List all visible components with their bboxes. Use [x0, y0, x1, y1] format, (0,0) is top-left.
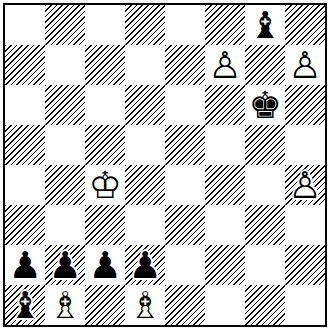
- square-c8[interactable]: [85, 5, 125, 45]
- black-king-icon: ♚: [245, 85, 285, 125]
- square-d8[interactable]: [125, 5, 165, 45]
- chess-diagram: ♝♝♟♙♟♙♚♚♚♔♟♙♟♟♟♟♟♟♟♟♝♝♝♗♝♗: [0, 0, 332, 332]
- square-f5[interactable]: [205, 125, 245, 165]
- black-pawn-icon: ♟: [85, 245, 125, 285]
- square-g6[interactable]: ♚♚: [245, 85, 285, 125]
- square-e1[interactable]: [165, 285, 205, 325]
- piece-black-pawn: ♟♟: [125, 245, 165, 285]
- square-f3[interactable]: [205, 205, 245, 245]
- square-b4[interactable]: [45, 165, 85, 205]
- black-pawn-halo: ♟: [85, 245, 125, 285]
- square-a6[interactable]: [5, 85, 45, 125]
- square-d4[interactable]: [125, 165, 165, 205]
- square-e2[interactable]: [165, 245, 205, 285]
- square-f6[interactable]: [205, 85, 245, 125]
- square-h2[interactable]: [285, 245, 325, 285]
- square-f2[interactable]: [205, 245, 245, 285]
- square-g7[interactable]: [245, 45, 285, 85]
- square-b3[interactable]: [45, 205, 85, 245]
- piece-white-king: ♚♔: [85, 165, 125, 205]
- white-pawn-halo: ♟: [285, 165, 325, 205]
- black-king-halo: ♚: [245, 85, 285, 125]
- black-pawn-icon: ♟: [125, 245, 165, 285]
- square-b6[interactable]: [45, 85, 85, 125]
- square-b1[interactable]: ♝♗: [45, 285, 85, 325]
- square-c4[interactable]: ♚♔: [85, 165, 125, 205]
- square-g2[interactable]: [245, 245, 285, 285]
- square-d1[interactable]: ♝♗: [125, 285, 165, 325]
- white-king-icon: ♔: [85, 165, 125, 205]
- black-bishop-icon: ♝: [245, 5, 285, 45]
- square-g3[interactable]: [245, 205, 285, 245]
- piece-black-pawn: ♟♟: [5, 245, 45, 285]
- square-h5[interactable]: [285, 125, 325, 165]
- white-bishop-halo: ♝: [125, 285, 165, 325]
- square-e5[interactable]: [165, 125, 205, 165]
- piece-white-bishop: ♝♗: [45, 285, 85, 325]
- black-pawn-icon: ♟: [45, 245, 85, 285]
- white-pawn-icon: ♙: [205, 45, 245, 85]
- piece-black-king: ♚♚: [245, 85, 285, 125]
- square-d3[interactable]: [125, 205, 165, 245]
- piece-white-pawn: ♟♙: [205, 45, 245, 85]
- white-bishop-icon: ♗: [45, 285, 85, 325]
- square-h1[interactable]: [285, 285, 325, 325]
- square-b2[interactable]: ♟♟: [45, 245, 85, 285]
- square-f7[interactable]: ♟♙: [205, 45, 245, 85]
- square-a4[interactable]: [5, 165, 45, 205]
- square-g8[interactable]: ♝♝: [245, 5, 285, 45]
- piece-black-pawn: ♟♟: [45, 245, 85, 285]
- black-bishop-halo: ♝: [5, 285, 45, 325]
- square-e7[interactable]: [165, 45, 205, 85]
- square-c1[interactable]: [85, 285, 125, 325]
- square-a5[interactable]: [5, 125, 45, 165]
- square-c3[interactable]: [85, 205, 125, 245]
- square-a7[interactable]: [5, 45, 45, 85]
- square-c2[interactable]: ♟♟: [85, 245, 125, 285]
- piece-white-bishop: ♝♗: [125, 285, 165, 325]
- square-e6[interactable]: [165, 85, 205, 125]
- square-e3[interactable]: [165, 205, 205, 245]
- square-h3[interactable]: [285, 205, 325, 245]
- black-bishop-icon: ♝: [5, 285, 45, 325]
- square-c7[interactable]: [85, 45, 125, 85]
- piece-white-pawn: ♟♙: [285, 165, 325, 205]
- piece-black-bishop: ♝♝: [245, 5, 285, 45]
- square-f4[interactable]: [205, 165, 245, 205]
- square-h6[interactable]: [285, 85, 325, 125]
- black-pawn-halo: ♟: [125, 245, 165, 285]
- black-pawn-halo: ♟: [5, 245, 45, 285]
- black-pawn-halo: ♟: [45, 245, 85, 285]
- white-bishop-icon: ♗: [125, 285, 165, 325]
- black-bishop-halo: ♝: [245, 5, 285, 45]
- square-h8[interactable]: [285, 5, 325, 45]
- square-b7[interactable]: [45, 45, 85, 85]
- square-d5[interactable]: [125, 125, 165, 165]
- square-a2[interactable]: ♟♟: [5, 245, 45, 285]
- square-a1[interactable]: ♝♝: [5, 285, 45, 325]
- square-g1[interactable]: [245, 285, 285, 325]
- square-b5[interactable]: [45, 125, 85, 165]
- white-pawn-halo: ♟: [205, 45, 245, 85]
- white-pawn-icon: ♙: [285, 45, 325, 85]
- square-a3[interactable]: [5, 205, 45, 245]
- chess-board: ♝♝♟♙♟♙♚♚♚♔♟♙♟♟♟♟♟♟♟♟♝♝♝♗♝♗: [3, 3, 327, 327]
- piece-black-pawn: ♟♟: [85, 245, 125, 285]
- square-g4[interactable]: [245, 165, 285, 205]
- square-d6[interactable]: [125, 85, 165, 125]
- square-e4[interactable]: [165, 165, 205, 205]
- piece-black-bishop: ♝♝: [5, 285, 45, 325]
- square-a8[interactable]: [5, 5, 45, 45]
- white-king-halo: ♚: [85, 165, 125, 205]
- white-bishop-halo: ♝: [45, 285, 85, 325]
- square-f8[interactable]: [205, 5, 245, 45]
- square-h7[interactable]: ♟♙: [285, 45, 325, 85]
- square-f1[interactable]: [205, 285, 245, 325]
- black-pawn-icon: ♟: [5, 245, 45, 285]
- square-h4[interactable]: ♟♙: [285, 165, 325, 205]
- square-c5[interactable]: [85, 125, 125, 165]
- square-c6[interactable]: [85, 85, 125, 125]
- square-d7[interactable]: [125, 45, 165, 85]
- square-g5[interactable]: [245, 125, 285, 165]
- square-b8[interactable]: [45, 5, 85, 45]
- piece-white-pawn: ♟♙: [285, 45, 325, 85]
- white-pawn-halo: ♟: [285, 45, 325, 85]
- white-pawn-icon: ♙: [285, 165, 325, 205]
- square-e8[interactable]: [165, 5, 205, 45]
- square-d2[interactable]: ♟♟: [125, 245, 165, 285]
